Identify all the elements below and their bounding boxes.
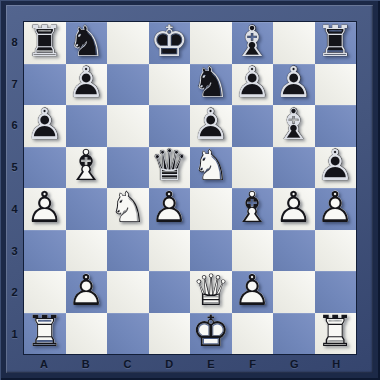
- square-a8[interactable]: ♜♖: [24, 22, 66, 64]
- white-pawn-glyph-outline: ♙: [24, 188, 66, 230]
- square-f6[interactable]: [232, 105, 274, 147]
- file-label-c: C: [107, 355, 149, 373]
- white-rook-glyph-outline: ♖: [24, 313, 66, 355]
- rank-label-2: 2: [6, 272, 23, 314]
- square-g3[interactable]: [273, 230, 315, 272]
- square-d7[interactable]: [149, 64, 191, 106]
- white-rook-glyph-outline: ♖: [315, 313, 357, 355]
- piece-white-pawn[interactable]: ♟♙: [232, 271, 274, 313]
- white-pawn-glyph-outline: ♙: [315, 188, 357, 230]
- piece-white-rook[interactable]: ♜♖: [315, 313, 357, 355]
- square-c6[interactable]: [107, 105, 149, 147]
- rank-label-5: 5: [6, 146, 23, 188]
- square-h8[interactable]: ♜♖: [315, 22, 357, 64]
- piece-white-pawn[interactable]: ♟♙: [149, 188, 191, 230]
- square-h4[interactable]: ♟♙: [315, 188, 357, 230]
- square-f1[interactable]: [232, 313, 274, 355]
- piece-white-pawn[interactable]: ♟♙: [66, 271, 108, 313]
- square-g6[interactable]: ♝♗: [273, 105, 315, 147]
- white-pawn-glyph-outline: ♙: [232, 271, 274, 313]
- square-d3[interactable]: [149, 230, 191, 272]
- black-king-glyph-outline: ♔: [149, 22, 191, 64]
- square-h7[interactable]: [315, 64, 357, 106]
- square-c1[interactable]: [107, 313, 149, 355]
- square-h1[interactable]: ♜♖: [315, 313, 357, 355]
- white-knight-glyph-outline: ♘: [190, 147, 232, 189]
- piece-white-rook[interactable]: ♜♖: [24, 313, 66, 355]
- black-bishop-glyph-outline: ♗: [273, 105, 315, 147]
- square-b1[interactable]: [66, 313, 108, 355]
- square-b4[interactable]: [66, 188, 108, 230]
- square-g2[interactable]: [273, 271, 315, 313]
- chess-board: ♜♖♞♘♚♔♝♗♜♖♟♙♞♘♟♙♟♙♟♙♟♙♝♗♝♗♛♕♞♘♟♙♟♙♞♘♟♙♝♗…: [23, 21, 357, 355]
- file-label-a: A: [23, 355, 65, 373]
- file-label-b: B: [65, 355, 107, 373]
- file-label-h: H: [315, 355, 357, 373]
- square-d4[interactable]: ♟♙: [149, 188, 191, 230]
- square-f7[interactable]: ♟♙: [232, 64, 274, 106]
- black-rook-glyph-outline: ♖: [24, 22, 66, 64]
- square-a6[interactable]: ♟♙: [24, 105, 66, 147]
- square-h3[interactable]: [315, 230, 357, 272]
- piece-black-pawn[interactable]: ♟♙: [66, 64, 108, 106]
- white-pawn-glyph-outline: ♙: [273, 188, 315, 230]
- file-label-f: F: [232, 355, 274, 373]
- piece-white-pawn[interactable]: ♟♙: [24, 188, 66, 230]
- piece-white-pawn[interactable]: ♟♙: [315, 188, 357, 230]
- piece-black-rook[interactable]: ♜♖: [315, 22, 357, 64]
- rank-label-1: 1: [6, 313, 23, 355]
- rank-label-4: 4: [6, 188, 23, 230]
- piece-white-knight[interactable]: ♞♘: [190, 147, 232, 189]
- square-d1[interactable]: [149, 313, 191, 355]
- piece-black-bishop[interactable]: ♝♗: [273, 105, 315, 147]
- piece-black-rook[interactable]: ♜♖: [24, 22, 66, 64]
- square-a4[interactable]: ♟♙: [24, 188, 66, 230]
- piece-white-bishop[interactable]: ♝♗: [66, 147, 108, 189]
- square-c8[interactable]: [107, 22, 149, 64]
- piece-black-king[interactable]: ♚♔: [149, 22, 191, 64]
- black-pawn-glyph-outline: ♙: [232, 64, 274, 106]
- square-b5[interactable]: ♝♗: [66, 147, 108, 189]
- file-label-d: D: [148, 355, 190, 373]
- square-e5[interactable]: ♞♘: [190, 147, 232, 189]
- square-f4[interactable]: ♝♗: [232, 188, 274, 230]
- piece-white-pawn[interactable]: ♟♙: [273, 188, 315, 230]
- square-d2[interactable]: [149, 271, 191, 313]
- black-pawn-glyph-outline: ♙: [24, 105, 66, 147]
- square-e4[interactable]: [190, 188, 232, 230]
- rank-label-7: 7: [6, 63, 23, 105]
- piece-black-pawn[interactable]: ♟♙: [232, 64, 274, 106]
- rank-label-8: 8: [6, 21, 23, 63]
- piece-black-pawn[interactable]: ♟♙: [24, 105, 66, 147]
- square-c4[interactable]: ♞♘: [107, 188, 149, 230]
- black-pawn-glyph-outline: ♙: [66, 64, 108, 106]
- file-label-e: E: [190, 355, 232, 373]
- square-a1[interactable]: ♜♖: [24, 313, 66, 355]
- square-g1[interactable]: [273, 313, 315, 355]
- white-pawn-glyph-outline: ♙: [149, 188, 191, 230]
- piece-white-king[interactable]: ♚♔: [190, 313, 232, 355]
- black-rook-glyph-outline: ♖: [315, 22, 357, 64]
- white-king-glyph-outline: ♔: [190, 313, 232, 355]
- white-bishop-glyph-outline: ♗: [232, 188, 274, 230]
- square-b7[interactable]: ♟♙: [66, 64, 108, 106]
- file-labels: ABCDEFGH: [23, 355, 357, 373]
- rank-labels: 87654321: [6, 21, 23, 355]
- square-b2[interactable]: ♟♙: [66, 271, 108, 313]
- square-g4[interactable]: ♟♙: [273, 188, 315, 230]
- square-e1[interactable]: ♚♔: [190, 313, 232, 355]
- square-f2[interactable]: ♟♙: [232, 271, 274, 313]
- white-knight-glyph-outline: ♘: [107, 188, 149, 230]
- white-bishop-glyph-outline: ♗: [66, 147, 108, 189]
- piece-white-bishop[interactable]: ♝♗: [232, 188, 274, 230]
- white-pawn-glyph-outline: ♙: [66, 271, 108, 313]
- piece-white-knight[interactable]: ♞♘: [107, 188, 149, 230]
- square-c7[interactable]: [107, 64, 149, 106]
- square-a3[interactable]: [24, 230, 66, 272]
- file-label-g: G: [274, 355, 316, 373]
- rank-label-6: 6: [6, 105, 23, 147]
- rank-label-3: 3: [6, 230, 23, 272]
- square-c2[interactable]: [107, 271, 149, 313]
- square-c3[interactable]: [107, 230, 149, 272]
- chess-board-frame: 87654321 ABCDEFGH ♜♖♞♘♚♔♝♗♜♖♟♙♞♘♟♙♟♙♟♙♟♙…: [0, 0, 380, 380]
- square-d8[interactable]: ♚♔: [149, 22, 191, 64]
